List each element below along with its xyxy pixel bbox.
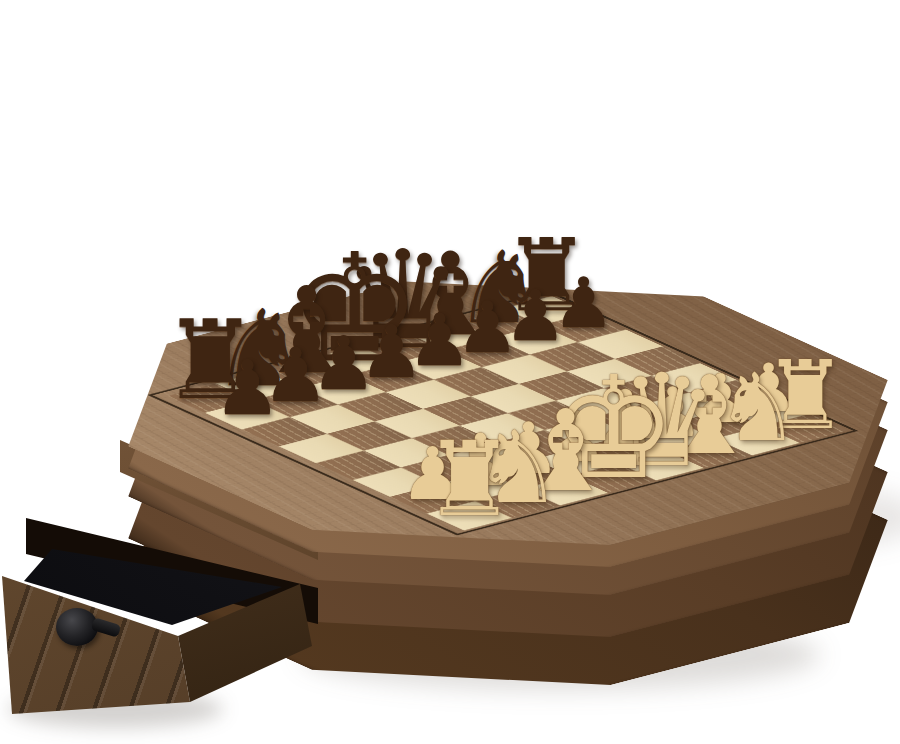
piece-black-pawn[interactable]: ♟	[214, 351, 282, 427]
piece-white-rook[interactable]: ♜	[423, 428, 516, 531]
chess-set-photo: ♜♞♝♛♚♝♞♜♟♟♟♟♟♟♟♟♟♟♟♟♟♟♟♟♜♞♝♛♚♝♞♜	[0, 0, 900, 744]
